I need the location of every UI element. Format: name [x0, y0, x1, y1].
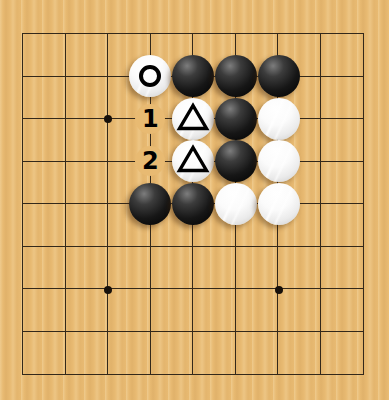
move-label[interactable]: 1 [135, 104, 165, 134]
move-labels-layer: 12 [22, 33, 364, 375]
move-label[interactable]: 2 [135, 146, 165, 176]
go-diagram: 12 [0, 0, 389, 400]
